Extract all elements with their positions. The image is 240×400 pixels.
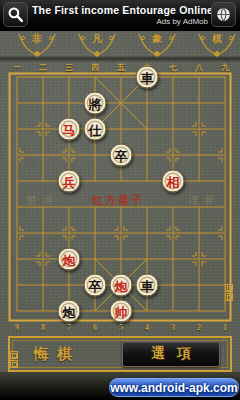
file-label: 7 [67,323,71,332]
frieze-character: 棋 [212,32,222,46]
corner-ornament [225,284,233,292]
options-button[interactable]: 選項 [122,341,220,367]
piece-black-soldier[interactable]: 卒 [84,274,107,297]
xiangqi-board[interactable]: 楚河 漢界 红方落子 車將马仕卒兵相炮卒炮車炮帅 [8,72,232,322]
control-panel: 悔棋 選項 [8,336,232,372]
ad-title[interactable]: The First income Entourage Online! [32,4,208,16]
file-label: 3 [171,323,175,332]
piece-black-soldier[interactable]: 卒 [110,144,133,167]
piece-black-chariot[interactable]: 車 [136,66,159,89]
file-label: 8 [41,323,45,332]
decorative-frieze: 非 凡 象 [0,32,240,58]
app-screen: The First income Entourage Online! Ads b… [0,0,240,400]
file-label: 9 [15,323,19,332]
piece-red-general[interactable]: 帅 [110,300,133,323]
piece-red-cannon[interactable]: 炮 [58,248,81,271]
piece-black-advisor[interactable]: 仕 [84,118,107,141]
piece-black-general[interactable]: 將 [84,92,107,115]
ad-banner[interactable]: The First income Entourage Online! Ads b… [0,0,240,31]
frieze-ornament: 凡 [75,32,119,58]
corner-ornament [10,351,18,359]
piece-black-cannon[interactable]: 炮 [58,300,81,323]
piece-red-elephant[interactable]: 相 [162,170,185,193]
file-label: 5 [119,323,123,332]
frieze-ornament: 棋 [195,32,239,58]
website-link[interactable]: www.android-apk.com [109,378,239,397]
frieze-ornament: 象 [135,32,179,58]
piece-red-horse[interactable]: 马 [58,118,81,141]
globe-icon[interactable] [211,2,236,27]
file-label: 6 [93,323,97,332]
corner-ornament [10,360,18,368]
frieze-character: 凡 [92,32,102,46]
piece-black-chariot[interactable]: 車 [136,274,159,297]
file-labels-bottom: 987654321 [8,323,232,334]
search-icon[interactable] [3,2,28,27]
pieces-layer: 車將马仕卒兵相炮卒炮車炮帅 [8,72,232,322]
frieze-character: 象 [152,32,162,46]
file-label: 1 [223,323,227,332]
undo-button[interactable]: 悔棋 [34,345,80,364]
file-label: 4 [145,323,149,332]
piece-red-soldier[interactable]: 兵 [58,170,81,193]
ad-attribution: Ads by AdMob [156,17,208,26]
frieze-character: 非 [32,32,42,46]
footer: www.android-apk.com [0,372,240,400]
corner-ornament [225,293,233,301]
file-label: 2 [197,323,201,332]
frieze-ornament: 非 [15,32,59,58]
piece-red-cannon[interactable]: 炮 [110,274,133,297]
